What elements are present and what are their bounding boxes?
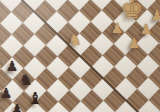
chess-board bbox=[0, 0, 160, 112]
chessboard-photo: ♚♟♟♟♟♞♟♞♟♝♟ bbox=[0, 0, 160, 112]
